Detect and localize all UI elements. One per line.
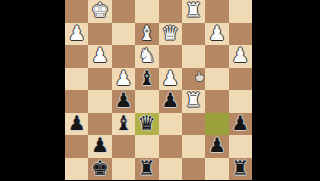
- square-r5c3[interactable]: ♟: [112, 90, 135, 113]
- square-r6c8[interactable]: ♟: [229, 113, 252, 136]
- black-rook-piece: ♜: [231, 158, 249, 178]
- square-r7c1[interactable]: [65, 135, 88, 158]
- square-r7c5[interactable]: [159, 135, 182, 158]
- square-r3c4[interactable]: ♞: [135, 45, 158, 68]
- white-rook-piece: ♜: [185, 0, 203, 20]
- black-pawn-piece: ♟: [208, 135, 226, 155]
- square-r6c7[interactable]: [205, 113, 228, 136]
- square-r2c4[interactable]: ♝: [135, 23, 158, 46]
- square-r6c6[interactable]: [182, 113, 205, 136]
- square-r5c4[interactable]: [135, 90, 158, 113]
- white-pawn-piece: ♟: [91, 45, 109, 65]
- square-r2c7[interactable]: ♟: [205, 23, 228, 46]
- black-pawn-piece: ♟: [114, 90, 132, 110]
- square-r8c6[interactable]: [182, 158, 205, 181]
- black-pawn-piece: ♟: [161, 90, 179, 110]
- screenshot-stage: ♚♜♟♝♛♟♟♞♟♟♝♟♟♟♜♟♝♛♟♟♟♚♜♜: [0, 0, 320, 180]
- square-r5c2[interactable]: [88, 90, 111, 113]
- square-r2c6[interactable]: [182, 23, 205, 46]
- square-r5c8[interactable]: [229, 90, 252, 113]
- left-black-bar: [0, 0, 65, 180]
- square-r4c2[interactable]: [88, 68, 111, 91]
- square-r3c8[interactable]: ♟: [229, 45, 252, 68]
- black-bishop-piece: ♝: [114, 113, 132, 133]
- white-knight-piece: ♞: [138, 45, 156, 65]
- square-r2c5[interactable]: ♛: [159, 23, 182, 46]
- square-r7c7[interactable]: ♟: [205, 135, 228, 158]
- square-r1c6[interactable]: ♜: [182, 0, 205, 23]
- white-bishop-piece: ♝: [138, 23, 156, 43]
- square-r5c6[interactable]: ♜: [182, 90, 205, 113]
- black-king-piece: ♚: [91, 158, 109, 178]
- square-r1c1[interactable]: [65, 0, 88, 23]
- black-pawn-piece: ♟: [68, 113, 86, 133]
- square-r3c7[interactable]: [205, 45, 228, 68]
- right-black-bar: [252, 0, 320, 180]
- square-r4c7[interactable]: [205, 68, 228, 91]
- black-queen-piece: ♛: [138, 113, 156, 133]
- square-r6c4[interactable]: ♛: [135, 113, 158, 136]
- white-queen-piece: ♛: [161, 23, 179, 43]
- square-r5c7[interactable]: [205, 90, 228, 113]
- square-r6c1[interactable]: ♟: [65, 113, 88, 136]
- square-r7c2[interactable]: ♟: [88, 135, 111, 158]
- square-r5c5[interactable]: ♟: [159, 90, 182, 113]
- square-r2c2[interactable]: [88, 23, 111, 46]
- square-r8c4[interactable]: ♜: [135, 158, 158, 181]
- square-r1c5[interactable]: [159, 0, 182, 23]
- square-r2c8[interactable]: [229, 23, 252, 46]
- square-r1c3[interactable]: [112, 0, 135, 23]
- square-r8c8[interactable]: ♜: [229, 158, 252, 181]
- black-rook-piece: ♜: [138, 158, 156, 178]
- white-pawn-piece: ♟: [231, 45, 249, 65]
- square-r1c8[interactable]: [229, 0, 252, 23]
- square-r1c4[interactable]: [135, 0, 158, 23]
- square-r4c6[interactable]: [182, 68, 205, 91]
- square-r4c3[interactable]: ♟: [112, 68, 135, 91]
- square-r6c2[interactable]: [88, 113, 111, 136]
- square-r8c7[interactable]: [205, 158, 228, 181]
- square-r1c7[interactable]: [205, 0, 228, 23]
- square-r2c3[interactable]: [112, 23, 135, 46]
- square-r7c4[interactable]: [135, 135, 158, 158]
- square-r7c6[interactable]: [182, 135, 205, 158]
- square-r3c3[interactable]: [112, 45, 135, 68]
- square-r8c5[interactable]: [159, 158, 182, 181]
- square-r6c5[interactable]: [159, 113, 182, 136]
- white-pawn-piece: ♟: [161, 68, 179, 88]
- square-r4c8[interactable]: [229, 68, 252, 91]
- chessboard: ♚♜♟♝♛♟♟♞♟♟♝♟♟♟♜♟♝♛♟♟♟♚♜♜: [65, 0, 252, 180]
- white-king-piece: ♚: [91, 0, 109, 20]
- square-r3c5[interactable]: [159, 45, 182, 68]
- square-r7c3[interactable]: [112, 135, 135, 158]
- black-pawn-piece: ♟: [231, 113, 249, 133]
- white-pawn-piece: ♟: [208, 23, 226, 43]
- white-rook-piece: ♜: [185, 90, 203, 110]
- square-r8c3[interactable]: [112, 158, 135, 181]
- square-r3c6[interactable]: [182, 45, 205, 68]
- square-r1c2[interactable]: ♚: [88, 0, 111, 23]
- black-bishop-piece: ♝: [138, 68, 156, 88]
- square-r3c2[interactable]: ♟: [88, 45, 111, 68]
- square-r5c1[interactable]: [65, 90, 88, 113]
- square-r4c4[interactable]: ♝: [135, 68, 158, 91]
- square-r4c5[interactable]: ♟: [159, 68, 182, 91]
- square-r6c3[interactable]: ♝: [112, 113, 135, 136]
- square-r3c1[interactable]: [65, 45, 88, 68]
- square-r7c8[interactable]: [229, 135, 252, 158]
- square-r8c2[interactable]: ♚: [88, 158, 111, 181]
- square-r4c1[interactable]: [65, 68, 88, 91]
- white-pawn-piece: ♟: [114, 68, 132, 88]
- square-r8c1[interactable]: [65, 158, 88, 181]
- black-pawn-piece: ♟: [91, 135, 109, 155]
- square-r2c1[interactable]: ♟: [65, 23, 88, 46]
- white-pawn-piece: ♟: [68, 23, 86, 43]
